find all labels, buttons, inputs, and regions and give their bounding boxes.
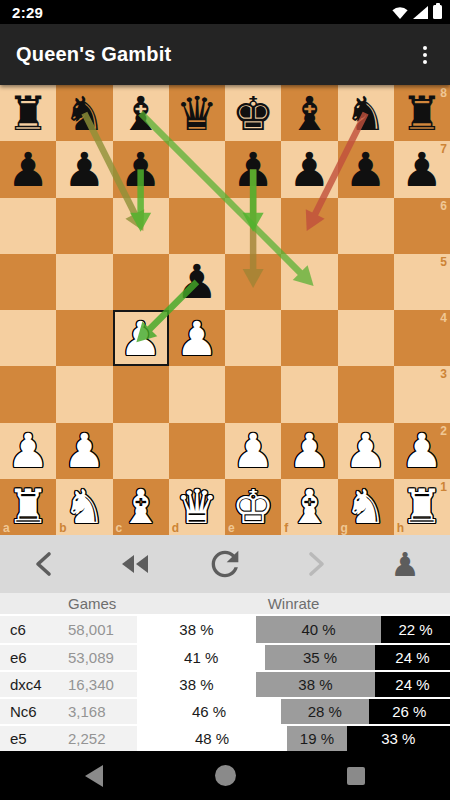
square-f7[interactable]: ♟ (281, 141, 337, 197)
square-h1[interactable]: ♜1h (394, 479, 450, 535)
winrate-black-segment: 24 % (375, 672, 450, 697)
winrate-white-segment: 41 % (137, 645, 265, 670)
overflow-menu-icon[interactable] (419, 40, 431, 70)
square-g4[interactable] (338, 310, 394, 366)
winrate-draw-segment: 19 % (287, 726, 346, 751)
piece-black-pawn: ♟ (281, 141, 337, 197)
winrate-white-segment: 46 % (137, 699, 281, 724)
piece-white-pawn: ♟ (281, 423, 337, 479)
coord-label-e: e (228, 521, 235, 535)
square-a4[interactable] (0, 310, 56, 366)
winrate-column-header: Winrate (137, 595, 450, 612)
move-rows: c658,00138 %40 %22 %e653,08941 %35 %24 %… (0, 616, 450, 751)
square-f2[interactable]: ♟ (281, 423, 337, 479)
board-grid: ♜♞♝♛♚♝♞♜8♟♟♟♟♟♟♟76♟5♟♟43♟♟♟♟♟♟2♜a♞b♝c♛d♚… (0, 85, 450, 535)
piece-black-pawn: ♟ (169, 254, 225, 310)
piece-black-knight: ♞ (56, 85, 112, 141)
chevron-left-icon (25, 544, 65, 584)
games-column-header: Games (62, 595, 137, 612)
square-h2[interactable]: ♟2 (394, 423, 450, 479)
piece-black-king: ♚ (225, 85, 281, 141)
square-a5[interactable] (0, 254, 56, 310)
piece-white-queen: ♛ (169, 479, 225, 535)
square-b1[interactable]: ♞b (56, 479, 112, 535)
move-label: Nc6 (0, 699, 62, 724)
square-e8[interactable]: ♚ (225, 85, 281, 141)
winrate-black-segment: 24 % (375, 645, 450, 670)
piece-black-pawn: ♟ (338, 141, 394, 197)
winrate-white-segment: 48 % (137, 726, 287, 751)
table-header: Games Winrate (0, 593, 450, 616)
winrate-draw-segment: 35 % (265, 645, 375, 670)
square-e2[interactable]: ♟ (225, 423, 281, 479)
move-row-c6[interactable]: c658,00138 %40 %22 % (0, 616, 450, 643)
square-a7[interactable]: ♟ (0, 141, 56, 197)
square-c3[interactable] (113, 366, 169, 422)
square-a3[interactable] (0, 366, 56, 422)
piece-white-pawn: ♟ (0, 423, 56, 479)
battery-icon (433, 5, 442, 19)
square-h4[interactable]: 4 (394, 310, 450, 366)
piece-white-pawn: ♟ (56, 423, 112, 479)
square-a2[interactable]: ♟ (0, 423, 56, 479)
square-c1[interactable]: ♝c (113, 479, 169, 535)
piece-black-bishop: ♝ (281, 85, 337, 141)
piece-black-bishop: ♝ (113, 85, 169, 141)
square-f1[interactable]: ♝f (281, 479, 337, 535)
next-move-button[interactable] (286, 540, 344, 588)
move-row-dxc4[interactable]: dxc416,34038 %38 %24 % (0, 670, 450, 697)
board-toolbar: ♟ (0, 535, 450, 593)
square-e4[interactable] (225, 310, 281, 366)
winrate-draw-segment: 40 % (256, 616, 381, 643)
coord-label-g: g (341, 521, 348, 535)
games-count: 2,252 (62, 726, 137, 751)
square-c7[interactable]: ♟ (113, 141, 169, 197)
piece-black-pawn: ♟ (394, 141, 450, 197)
square-h5[interactable]: 5 (394, 254, 450, 310)
square-g2[interactable]: ♟ (338, 423, 394, 479)
square-c4[interactable]: ♟ (113, 310, 169, 366)
coord-label-a: a (3, 521, 10, 535)
piece-white-pawn: ♟ (225, 423, 281, 479)
square-g6[interactable] (338, 198, 394, 254)
square-h7[interactable]: ♟7 (394, 141, 450, 197)
piece-white-pawn: ♟ (338, 423, 394, 479)
square-c6[interactable] (113, 198, 169, 254)
square-f6[interactable] (281, 198, 337, 254)
piece-black-pawn: ♟ (0, 141, 56, 197)
winrate-bar: 41 %35 %24 % (137, 645, 450, 670)
side-to-move-button[interactable]: ♟ (376, 540, 434, 588)
piece-white-bishop: ♝ (281, 479, 337, 535)
square-a1[interactable]: ♜a (0, 479, 56, 535)
winrate-white-segment: 38 % (137, 672, 256, 697)
move-row-e6[interactable]: e653,08941 %35 %24 % (0, 643, 450, 670)
clock: 2:29 (0, 4, 43, 21)
coord-label-6: 6 (440, 199, 447, 213)
square-h8[interactable]: ♜8 (394, 85, 450, 141)
coord-label-2: 2 (440, 424, 447, 438)
piece-white-bishop: ♝ (113, 479, 169, 535)
piece-black-rook: ♜ (394, 85, 450, 141)
square-h6[interactable]: 6 (394, 198, 450, 254)
nav-recents-icon[interactable] (347, 767, 365, 785)
square-d4[interactable]: ♟ (169, 310, 225, 366)
square-b5[interactable] (56, 254, 112, 310)
square-e7[interactable]: ♟ (225, 141, 281, 197)
move-label: e5 (0, 726, 62, 751)
cellular-signal-icon (413, 6, 428, 19)
piece-white-pawn: ♟ (113, 310, 169, 366)
games-count: 53,089 (62, 645, 137, 670)
winrate-bar: 46 %28 %26 % (137, 699, 450, 724)
square-d7[interactable] (169, 141, 225, 197)
square-c8[interactable]: ♝ (113, 85, 169, 141)
app-bar: Queen's Gambit (0, 24, 450, 85)
coord-label-h: h (397, 521, 404, 535)
winrate-draw-segment: 28 % (281, 699, 369, 724)
square-c2[interactable] (113, 423, 169, 479)
square-h3[interactable]: 3 (394, 366, 450, 422)
winrate-black-segment: 33 % (347, 726, 450, 751)
move-label: e6 (0, 645, 62, 670)
games-count: 16,340 (62, 672, 137, 697)
square-d8[interactable]: ♛ (169, 85, 225, 141)
piece-white-rook: ♜ (394, 479, 450, 535)
square-e6[interactable] (225, 198, 281, 254)
winrate-bar: 48 %19 %33 % (137, 726, 450, 751)
previous-move-button[interactable] (16, 540, 74, 588)
square-d3[interactable] (169, 366, 225, 422)
square-b2[interactable]: ♟ (56, 423, 112, 479)
square-a6[interactable] (0, 198, 56, 254)
square-f4[interactable] (281, 310, 337, 366)
piece-white-pawn: ♟ (394, 423, 450, 479)
square-b3[interactable] (56, 366, 112, 422)
piece-white-knight: ♞ (56, 479, 112, 535)
square-b8[interactable]: ♞ (56, 85, 112, 141)
coord-label-d: d (172, 521, 179, 535)
square-e1[interactable]: ♚e (225, 479, 281, 535)
status-icons (392, 5, 450, 19)
move-row-Nc6[interactable]: Nc63,16846 %28 %26 % (0, 697, 450, 724)
coord-label-3: 3 (440, 367, 447, 381)
refresh-icon (205, 544, 245, 584)
square-f8[interactable]: ♝ (281, 85, 337, 141)
piece-black-knight: ♞ (338, 85, 394, 141)
square-b4[interactable] (56, 310, 112, 366)
coord-label-1: 1 (440, 480, 447, 494)
piece-white-knight: ♞ (338, 479, 394, 535)
square-e5[interactable] (225, 254, 281, 310)
nav-home-icon[interactable] (215, 765, 236, 786)
games-count: 58,001 (62, 616, 137, 643)
app-screen: 2:29 Queen's Gambit ♜♞♝♛♚♝♞♜8♟♟♟♟♟♟♟76♟5… (0, 0, 450, 800)
games-count: 3,168 (62, 699, 137, 724)
coord-label-b: b (59, 521, 66, 535)
square-g7[interactable]: ♟ (338, 141, 394, 197)
piece-black-pawn: ♟ (225, 141, 281, 197)
coord-label-4: 4 (440, 311, 447, 325)
square-g1[interactable]: ♞g (338, 479, 394, 535)
move-label: c6 (0, 616, 62, 643)
winrate-bar: 38 %40 %22 % (137, 616, 450, 643)
square-a8[interactable]: ♜ (0, 85, 56, 141)
square-d5[interactable]: ♟ (169, 254, 225, 310)
wifi-icon (392, 6, 408, 19)
coord-label-7: 7 (440, 142, 447, 156)
chess-board: ♜♞♝♛♚♝♞♜8♟♟♟♟♟♟♟76♟5♟♟43♟♟♟♟♟♟2♜a♞b♝c♛d♚… (0, 85, 450, 535)
status-bar: 2:29 (0, 0, 450, 24)
winrate-white-segment: 38 % (137, 616, 256, 643)
winrate-draw-segment: 38 % (256, 672, 375, 697)
android-nav-bar (0, 751, 450, 800)
nav-back-icon[interactable] (85, 765, 103, 787)
square-b7[interactable]: ♟ (56, 141, 112, 197)
square-g5[interactable] (338, 254, 394, 310)
winrate-black-segment: 26 % (369, 699, 450, 724)
winrate-black-segment: 22 % (381, 616, 450, 643)
square-f5[interactable] (281, 254, 337, 310)
move-label: dxc4 (0, 672, 62, 697)
winrate-bar: 38 %38 %24 % (137, 672, 450, 697)
coord-label-8: 8 (440, 86, 447, 100)
square-d6[interactable] (169, 198, 225, 254)
piece-white-rook: ♜ (0, 479, 56, 535)
coord-label-5: 5 (440, 255, 447, 269)
piece-white-pawn: ♟ (169, 310, 225, 366)
rewind-to-start-button[interactable] (106, 540, 164, 588)
opening-moves-table: Games Winrate c658,00138 %40 %22 %e653,0… (0, 593, 450, 751)
square-d1[interactable]: ♛d (169, 479, 225, 535)
page-title: Queen's Gambit (0, 43, 171, 66)
pawn-icon: ♟ (390, 548, 420, 581)
square-g8[interactable]: ♞ (338, 85, 394, 141)
square-e3[interactable] (225, 366, 281, 422)
square-b6[interactable] (56, 198, 112, 254)
piece-white-king: ♚ (225, 479, 281, 535)
reset-position-button[interactable] (196, 540, 254, 588)
piece-black-pawn: ♟ (56, 141, 112, 197)
piece-black-pawn: ♟ (113, 141, 169, 197)
move-row-e5[interactable]: e52,25248 %19 %33 % (0, 724, 450, 751)
chevron-right-icon (295, 544, 335, 584)
square-g3[interactable] (338, 366, 394, 422)
square-f3[interactable] (281, 366, 337, 422)
coord-label-f: f (284, 521, 288, 535)
piece-black-rook: ♜ (0, 85, 56, 141)
piece-black-queen: ♛ (169, 85, 225, 141)
square-d2[interactable] (169, 423, 225, 479)
square-c5[interactable] (113, 254, 169, 310)
fast-rewind-icon (115, 544, 155, 584)
coord-label-c: c (116, 521, 123, 535)
